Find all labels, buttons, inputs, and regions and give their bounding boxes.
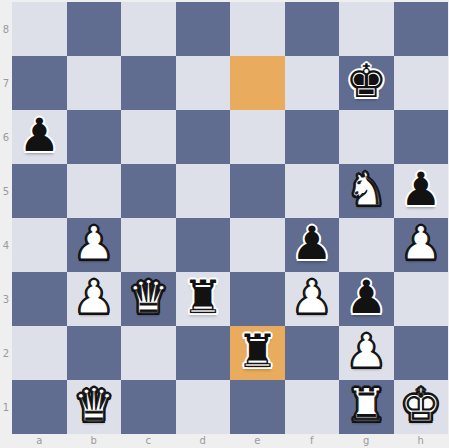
square-a8[interactable] xyxy=(12,2,67,56)
file-label-b: b xyxy=(67,433,122,448)
chess-board[interactable]: ♚♟♞♟♟♟♟♟♛♜♟♟♜♟♛♜♚ xyxy=(12,2,448,434)
square-g1[interactable]: ♜ xyxy=(339,380,394,434)
square-c4[interactable] xyxy=(121,218,176,272)
square-b6[interactable] xyxy=(67,110,122,164)
square-d7[interactable] xyxy=(176,56,231,110)
piece-black-pawn[interactable]: ♟ xyxy=(291,220,332,266)
piece-white-pawn[interactable]: ♟ xyxy=(291,274,332,320)
square-a2[interactable] xyxy=(12,326,67,380)
piece-white-knight[interactable]: ♞ xyxy=(346,166,387,212)
rank-label-8: 8 xyxy=(0,2,12,56)
rank-labels: 87654321 xyxy=(0,2,12,434)
rank-label-6: 6 xyxy=(0,110,12,164)
square-b1[interactable]: ♛ xyxy=(67,380,122,434)
piece-white-pawn[interactable]: ♟ xyxy=(346,328,387,374)
square-g2[interactable]: ♟ xyxy=(339,326,394,380)
square-d8[interactable] xyxy=(176,2,231,56)
square-e6[interactable] xyxy=(230,110,285,164)
square-g4[interactable] xyxy=(339,218,394,272)
square-g7[interactable]: ♚ xyxy=(339,56,394,110)
square-f8[interactable] xyxy=(285,2,340,56)
square-g6[interactable] xyxy=(339,110,394,164)
square-f5[interactable] xyxy=(285,164,340,218)
piece-black-rook[interactable]: ♜ xyxy=(237,328,278,374)
square-e1[interactable] xyxy=(230,380,285,434)
square-h3[interactable] xyxy=(394,272,449,326)
rank-label-5: 5 xyxy=(0,164,12,218)
square-h5[interactable]: ♟ xyxy=(394,164,449,218)
square-d6[interactable] xyxy=(176,110,231,164)
square-a7[interactable] xyxy=(12,56,67,110)
square-c3[interactable]: ♛ xyxy=(121,272,176,326)
chess-board-panel: 87654321 ♚♟♞♟♟♟♟♟♛♜♟♟♜♟♛♜♚ abcdefgh xyxy=(0,0,449,448)
square-h4[interactable]: ♟ xyxy=(394,218,449,272)
square-e2[interactable]: ♜ xyxy=(230,326,285,380)
square-h1[interactable]: ♚ xyxy=(394,380,449,434)
square-c2[interactable] xyxy=(121,326,176,380)
square-c5[interactable] xyxy=(121,164,176,218)
square-h8[interactable] xyxy=(394,2,449,56)
square-h6[interactable] xyxy=(394,110,449,164)
square-a3[interactable] xyxy=(12,272,67,326)
square-c6[interactable] xyxy=(121,110,176,164)
piece-white-queen[interactable]: ♛ xyxy=(128,274,169,320)
rank-label-3: 3 xyxy=(0,272,12,326)
piece-white-king[interactable]: ♚ xyxy=(400,382,441,428)
rank-label-7: 7 xyxy=(0,56,12,110)
square-h7[interactable] xyxy=(394,56,449,110)
square-g3[interactable]: ♟ xyxy=(339,272,394,326)
square-e4[interactable] xyxy=(230,218,285,272)
square-d5[interactable] xyxy=(176,164,231,218)
rank-label-2: 2 xyxy=(0,326,12,380)
file-labels: abcdefgh xyxy=(12,433,448,448)
file-label-a: a xyxy=(12,433,67,448)
rank-label-1: 1 xyxy=(0,380,12,434)
square-h2[interactable] xyxy=(394,326,449,380)
square-f3[interactable]: ♟ xyxy=(285,272,340,326)
square-d2[interactable] xyxy=(176,326,231,380)
square-e8[interactable] xyxy=(230,2,285,56)
square-b2[interactable] xyxy=(67,326,122,380)
piece-white-pawn[interactable]: ♟ xyxy=(400,220,441,266)
file-label-c: c xyxy=(121,433,176,448)
square-f7[interactable] xyxy=(285,56,340,110)
square-a1[interactable] xyxy=(12,380,67,434)
square-b5[interactable] xyxy=(67,164,122,218)
square-f1[interactable] xyxy=(285,380,340,434)
square-b4[interactable]: ♟ xyxy=(67,218,122,272)
rank-label-4: 4 xyxy=(0,218,12,272)
square-c8[interactable] xyxy=(121,2,176,56)
square-a4[interactable] xyxy=(12,218,67,272)
file-label-h: h xyxy=(394,433,449,448)
square-f4[interactable]: ♟ xyxy=(285,218,340,272)
square-e5[interactable] xyxy=(230,164,285,218)
square-g8[interactable] xyxy=(339,2,394,56)
piece-black-king[interactable]: ♚ xyxy=(346,58,387,104)
piece-black-pawn[interactable]: ♟ xyxy=(400,166,441,212)
piece-black-pawn[interactable]: ♟ xyxy=(346,274,387,320)
piece-white-rook[interactable]: ♜ xyxy=(346,382,387,428)
square-a5[interactable] xyxy=(12,164,67,218)
square-b3[interactable]: ♟ xyxy=(67,272,122,326)
square-d1[interactable] xyxy=(176,380,231,434)
square-d3[interactable]: ♜ xyxy=(176,272,231,326)
square-c7[interactable] xyxy=(121,56,176,110)
file-label-f: f xyxy=(285,433,340,448)
piece-black-rook[interactable]: ♜ xyxy=(182,274,223,320)
square-c1[interactable] xyxy=(121,380,176,434)
piece-white-pawn[interactable]: ♟ xyxy=(73,274,114,320)
file-label-g: g xyxy=(339,433,394,448)
square-g5[interactable]: ♞ xyxy=(339,164,394,218)
square-b8[interactable] xyxy=(67,2,122,56)
piece-black-pawn[interactable]: ♟ xyxy=(19,112,60,158)
piece-white-queen[interactable]: ♛ xyxy=(73,382,114,428)
square-e3[interactable] xyxy=(230,272,285,326)
square-e7[interactable] xyxy=(230,56,285,110)
square-b7[interactable] xyxy=(67,56,122,110)
file-label-d: d xyxy=(176,433,231,448)
piece-white-pawn[interactable]: ♟ xyxy=(73,220,114,266)
file-label-e: e xyxy=(230,433,285,448)
square-a6[interactable]: ♟ xyxy=(12,110,67,164)
square-f2[interactable] xyxy=(285,326,340,380)
square-d4[interactable] xyxy=(176,218,231,272)
square-f6[interactable] xyxy=(285,110,340,164)
